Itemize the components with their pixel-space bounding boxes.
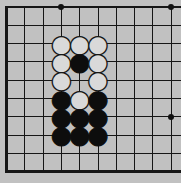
grid-line-h-8: [5, 153, 181, 154]
grid-line-v-8: [152, 6, 153, 173]
go-board[interactable]: ●●●●●●●●●●●●●●●●●: [0, 0, 181, 183]
black-stone: ●: [89, 126, 108, 145]
black-stone: ●: [70, 126, 89, 145]
bottom-board-edge: [5, 170, 181, 173]
black-stone: ●: [52, 126, 71, 145]
black-stone: ●: [70, 52, 89, 71]
grid-line-v-9: [171, 6, 172, 173]
grid-line-v-1: [24, 6, 25, 173]
star-point-K4: [168, 114, 174, 120]
left-board-edge: [5, 6, 8, 173]
grid-line-v-7: [134, 6, 135, 173]
star-point-D10: [58, 4, 64, 10]
grid-line-h-1: [5, 25, 181, 26]
top-frame-line: [5, 6, 181, 8]
grid-line-v-6: [116, 6, 117, 173]
grid-line-v-2: [43, 6, 44, 173]
star-point-K10: [168, 4, 174, 10]
